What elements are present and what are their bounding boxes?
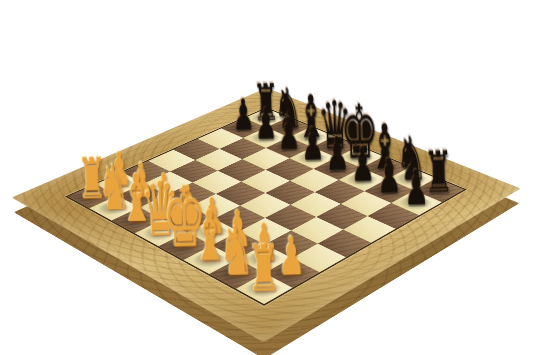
square-b8[interactable]: ♞ <box>266 117 311 137</box>
square-b7[interactable]: ♟ <box>243 128 289 148</box>
black-pawn[interactable]: ♟ <box>206 91 281 136</box>
black-pawn[interactable]: ♟ <box>228 101 304 146</box>
square-a7[interactable]: ♟ <box>221 118 266 138</box>
scene: ♜♞♝♛♚♝♞♜♟♟♟♟♟♟♟♟♟♟♟♟♟♟♟♟♜♞♝♛♚♝♞♜ <box>0 0 533 355</box>
square-d6[interactable] <box>266 158 314 180</box>
black-pawn[interactable]: ♟ <box>250 110 328 156</box>
square-b6[interactable] <box>220 138 266 159</box>
product-photo-stage: ♜♞♝♛♚♝♞♜♟♟♟♟♟♟♟♟♟♟♟♟♟♟♟♟♜♞♝♛♚♝♞♜ <box>0 0 533 355</box>
square-c8[interactable]: ♝ <box>289 127 335 147</box>
square-e6[interactable] <box>290 169 339 192</box>
square-d7[interactable]: ♟ <box>289 147 336 169</box>
square-a6[interactable] <box>198 128 244 148</box>
black-queen[interactable]: ♛ <box>296 91 374 159</box>
square-c6[interactable] <box>242 148 289 170</box>
square-a5[interactable] <box>173 139 219 160</box>
black-knight[interactable]: ♞ <box>250 80 326 138</box>
square-e5[interactable] <box>265 181 315 205</box>
chess-board-frame: ♜♞♝♛♚♝♞♜♟♟♟♟♟♟♟♟♟♟♟♟♟♟♟♟♜♞♝♛♚♝♞♜ <box>12 88 521 343</box>
scene-tilt: ♜♞♝♛♚♝♞♜♟♟♟♟♟♟♟♟♟♟♟♟♟♟♟♟♜♞♝♛♚♝♞♜ <box>0 0 533 355</box>
black-pawn[interactable]: ♟ <box>374 162 458 212</box>
square-h1[interactable]: ♜ <box>236 273 292 304</box>
square-c7[interactable]: ♟ <box>266 137 312 158</box>
square-a8[interactable]: ♜ <box>244 108 288 127</box>
black-pawn[interactable]: ♟ <box>273 120 352 167</box>
black-bishop[interactable]: ♝ <box>273 87 350 148</box>
white-rook[interactable]: ♜ <box>217 234 311 301</box>
square-h6[interactable] <box>368 203 419 229</box>
black-rook[interactable]: ♜ <box>229 75 303 128</box>
